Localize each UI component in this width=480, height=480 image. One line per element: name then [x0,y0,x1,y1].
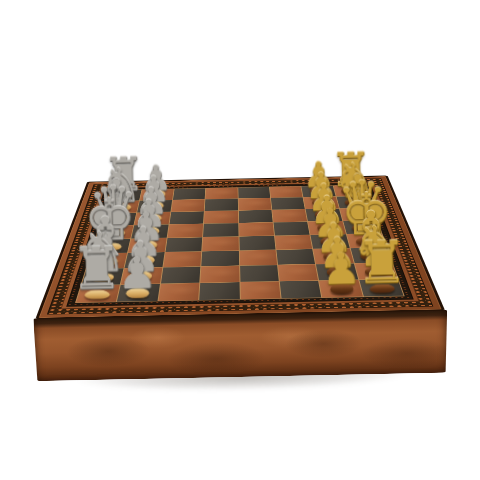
tooled-border-band: ♜♟♟♜♞♟♟♞♝♟♟♝♛♟♟♛♚♟♟♚♝♟♟♝♞♟♟♞♜♟♟♜ [47,178,433,314]
piece-gold-pawn-h2: ♟ [312,249,371,295]
square-e5 [202,236,238,251]
square-d4 [239,222,274,236]
square-a4 [238,187,270,199]
chess-set-assembly: ♜♟♟♜♞♟♟♞♝♟♟♝♛♟♟♛♚♟♟♚♝♟♟♝♞♟♟♞♜♟♟♜ [0,0,480,480]
piece-wood-base [84,290,109,299]
leather-inner-band: ♜♟♟♜♞♟♟♞♝♟♟♝♛♟♟♛♚♟♟♚♝♟♟♝♞♟♟♞♜♟♟♜ [61,181,420,309]
square-d5 [203,223,238,237]
chess-set-photo: ♜♟♟♜♞♟♟♞♝♟♟♝♛♟♟♛♚♟♟♚♝♟♟♝♞♟♟♞♜♟♟♜ [0,0,480,480]
chess-board: ♜♟♟♜♞♟♟♞♝♟♟♝♛♟♟♛♚♟♟♚♝♟♟♝♞♟♟♞♜♟♟♜ [75,185,405,303]
square-f4 [239,250,277,266]
dark-inner-frame: ♜♟♟♜♞♟♟♞♝♟♟♝♛♟♟♛♚♟♟♚♝♟♟♝♞♟♟♞♜♟♟♜ [66,183,414,307]
silver-pawn-icon: ♟ [117,253,157,294]
square-h2: ♟ [319,280,362,298]
square-e4 [239,236,275,251]
board-top-tilted: ♜♟♟♜♞♟♟♞♝♟♟♝♛♟♟♛♚♟♟♚♝♟♟♝♞♟♟♞♜♟♟♜ [35,176,445,320]
square-h7: ♟ [117,284,160,302]
square-g4 [240,265,279,282]
square-b4 [238,198,271,210]
board-box-front [33,310,448,382]
square-f5 [201,251,238,267]
square-a5 [205,188,237,200]
square-g5 [200,266,239,283]
square-c5 [204,211,238,224]
square-h4 [240,281,280,299]
square-c4 [238,210,272,223]
board-leather-margin: ♜♟♟♜♞♟♟♞♝♟♟♝♛♟♟♛♚♟♟♚♝♟♟♝♞♟♟♞♜♟♟♜ [35,176,445,320]
square-h5 [199,282,239,300]
piece-silver-pawn-h7: ♟ [108,253,167,299]
square-b5 [205,199,238,211]
gold-pawn-icon: ♟ [321,249,361,290]
